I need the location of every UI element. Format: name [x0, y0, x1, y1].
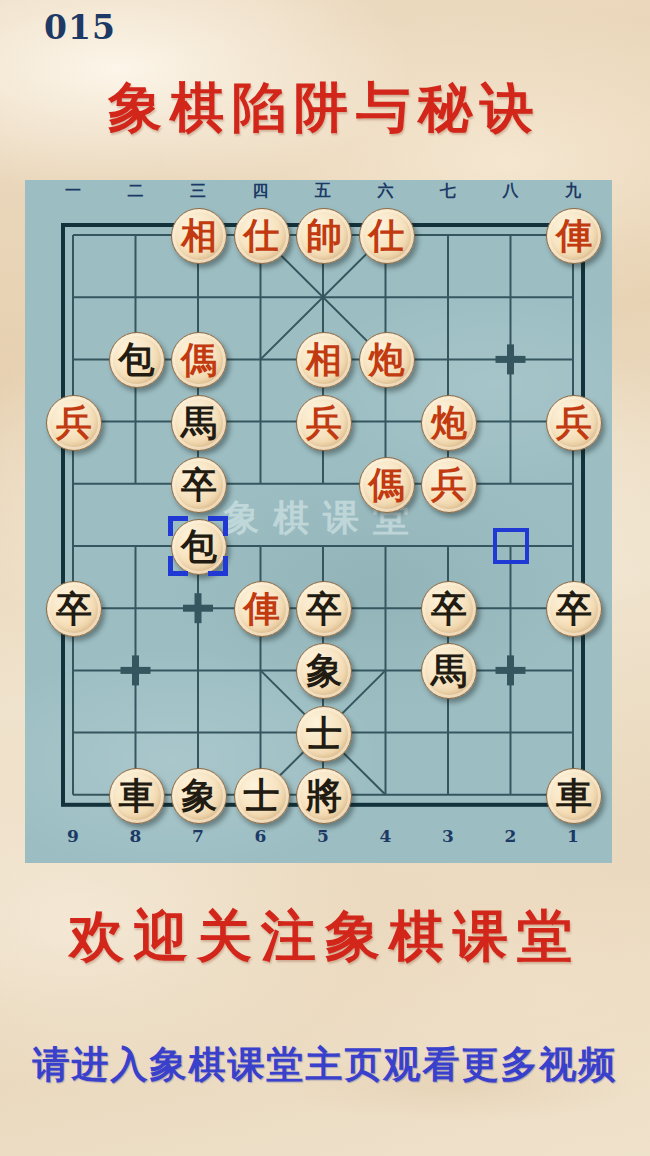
- piece-red-rook[interactable]: 俥: [546, 208, 602, 264]
- file-label-bottom: 9: [60, 826, 86, 846]
- point-cross-marker: [496, 344, 526, 374]
- piece-red-cannon[interactable]: 炮: [421, 395, 477, 451]
- piece-red-pawn[interactable]: 兵: [46, 395, 102, 451]
- file-label-top: 三: [185, 181, 211, 202]
- piece-black-elephant[interactable]: 象: [296, 643, 352, 699]
- piece-red-cannon[interactable]: 炮: [359, 332, 415, 388]
- piece-red-king[interactable]: 帥: [296, 208, 352, 264]
- file-label-bottom: 3: [435, 826, 461, 846]
- file-label-top: 二: [123, 181, 149, 202]
- file-label-top: 五: [310, 181, 336, 202]
- piece-black-rook[interactable]: 車: [546, 768, 602, 824]
- piece-black-pawn[interactable]: 卒: [546, 581, 602, 637]
- page-number: 015: [44, 8, 116, 47]
- selected-piece-brackets: [168, 516, 228, 576]
- piece-black-horse[interactable]: 馬: [421, 643, 477, 699]
- piece-black-cannon[interactable]: 包: [109, 332, 165, 388]
- point-cross-marker: [496, 655, 526, 685]
- piece-black-king[interactable]: 將: [296, 768, 352, 824]
- piece-black-rook[interactable]: 車: [109, 768, 165, 824]
- file-label-bottom: 5: [310, 826, 336, 846]
- piece-black-pawn[interactable]: 卒: [46, 581, 102, 637]
- footer-line-1: 欢迎关注象棋课堂: [0, 900, 650, 974]
- point-cross-marker: [183, 593, 213, 623]
- file-label-top: 七: [435, 181, 461, 202]
- piece-black-pawn[interactable]: 卒: [421, 581, 477, 637]
- file-label-bottom: 6: [248, 826, 274, 846]
- piece-red-horse[interactable]: 傌: [359, 457, 415, 513]
- piece-red-pawn[interactable]: 兵: [296, 395, 352, 451]
- piece-black-advisor[interactable]: 士: [296, 706, 352, 762]
- board-panel: 象棋课堂 一二三四五六七八九987654321相仕帥仕俥包傌相炮兵馬兵炮兵卒傌兵…: [25, 180, 612, 863]
- piece-red-pawn[interactable]: 兵: [421, 457, 477, 513]
- piece-black-elephant[interactable]: 象: [171, 768, 227, 824]
- file-label-top: 一: [60, 181, 86, 202]
- file-label-bottom: 8: [123, 826, 149, 846]
- file-label-bottom: 1: [560, 826, 586, 846]
- file-label-top: 九: [560, 181, 586, 202]
- piece-red-elephant[interactable]: 相: [171, 208, 227, 264]
- piece-red-advisor[interactable]: 仕: [234, 208, 290, 264]
- file-label-bottom: 4: [373, 826, 399, 846]
- piece-black-pawn[interactable]: 卒: [296, 581, 352, 637]
- piece-red-pawn[interactable]: 兵: [546, 395, 602, 451]
- page-title: 象棋陷阱与秘诀: [0, 72, 650, 145]
- piece-red-elephant[interactable]: 相: [296, 332, 352, 388]
- file-label-bottom: 7: [185, 826, 211, 846]
- piece-black-advisor[interactable]: 士: [234, 768, 290, 824]
- file-label-top: 六: [373, 181, 399, 202]
- piece-black-pawn[interactable]: 卒: [171, 457, 227, 513]
- file-label-top: 八: [498, 181, 524, 202]
- file-label-top: 四: [248, 181, 274, 202]
- piece-red-horse[interactable]: 傌: [171, 332, 227, 388]
- file-label-bottom: 2: [498, 826, 524, 846]
- piece-red-rook[interactable]: 俥: [234, 581, 290, 637]
- point-cross-marker: [121, 655, 151, 685]
- footer-line-2: 请进入象棋课堂主页观看更多视频: [0, 1040, 650, 1090]
- piece-black-horse[interactable]: 馬: [171, 395, 227, 451]
- piece-red-advisor[interactable]: 仕: [359, 208, 415, 264]
- last-move-origin-marker: [493, 528, 529, 564]
